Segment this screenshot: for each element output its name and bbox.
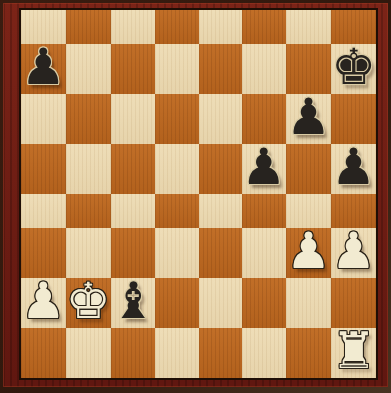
- piece-black-pawn[interactable]: ♟: [331, 142, 376, 192]
- piece-black-bishop[interactable]: ♝: [111, 276, 156, 326]
- square-e1[interactable]: [199, 328, 242, 378]
- square-d5[interactable]: [155, 144, 198, 194]
- square-h7[interactable]: ♚: [331, 44, 376, 94]
- piece-black-king[interactable]: ♚: [331, 42, 376, 92]
- piece-white-king[interactable]: ♚: [66, 276, 111, 326]
- square-f2[interactable]: [242, 278, 287, 328]
- square-e6[interactable]: [199, 94, 242, 144]
- square-c7[interactable]: [111, 44, 156, 94]
- square-b2[interactable]: ♚: [66, 278, 111, 328]
- piece-white-pawn[interactable]: ♟: [21, 276, 66, 326]
- square-c2[interactable]: ♝: [111, 278, 156, 328]
- square-g3[interactable]: ♟: [286, 228, 331, 278]
- square-h6[interactable]: [331, 94, 376, 144]
- square-d4[interactable]: [155, 194, 198, 228]
- square-g2[interactable]: [286, 278, 331, 328]
- square-h5[interactable]: ♟: [331, 144, 376, 194]
- square-b1[interactable]: [66, 328, 111, 378]
- square-d6[interactable]: [155, 94, 198, 144]
- square-b4[interactable]: [66, 194, 111, 228]
- square-c1[interactable]: [111, 328, 156, 378]
- piece-white-rook[interactable]: ♜: [331, 326, 376, 376]
- square-e3[interactable]: [199, 228, 242, 278]
- square-c4[interactable]: [111, 194, 156, 228]
- square-c8[interactable]: [111, 10, 156, 44]
- chess-window: ♟♚♟♟♟♟♟♟♚♝♜: [0, 0, 391, 393]
- square-b7[interactable]: [66, 44, 111, 94]
- square-a5[interactable]: [21, 144, 66, 194]
- square-f1[interactable]: [242, 328, 287, 378]
- piece-white-pawn[interactable]: ♟: [331, 226, 376, 276]
- square-g8[interactable]: [286, 10, 331, 44]
- piece-white-pawn[interactable]: ♟: [286, 226, 331, 276]
- square-d8[interactable]: [155, 10, 198, 44]
- square-a1[interactable]: [21, 328, 66, 378]
- square-a3[interactable]: [21, 228, 66, 278]
- square-h3[interactable]: ♟: [331, 228, 376, 278]
- square-b3[interactable]: [66, 228, 111, 278]
- square-f3[interactable]: [242, 228, 287, 278]
- square-d7[interactable]: [155, 44, 198, 94]
- square-c3[interactable]: [111, 228, 156, 278]
- square-g1[interactable]: [286, 328, 331, 378]
- square-d1[interactable]: [155, 328, 198, 378]
- square-a4[interactable]: [21, 194, 66, 228]
- square-b5[interactable]: [66, 144, 111, 194]
- square-a6[interactable]: [21, 94, 66, 144]
- square-c6[interactable]: [111, 94, 156, 144]
- square-d2[interactable]: [155, 278, 198, 328]
- square-e7[interactable]: [199, 44, 242, 94]
- square-a2[interactable]: ♟: [21, 278, 66, 328]
- square-e5[interactable]: [199, 144, 242, 194]
- chess-board: ♟♚♟♟♟♟♟♟♚♝♜: [21, 10, 376, 378]
- square-b6[interactable]: [66, 94, 111, 144]
- square-g5[interactable]: [286, 144, 331, 194]
- square-e4[interactable]: [199, 194, 242, 228]
- square-f8[interactable]: [242, 10, 287, 44]
- square-g6[interactable]: ♟: [286, 94, 331, 144]
- square-b8[interactable]: [66, 10, 111, 44]
- square-g7[interactable]: [286, 44, 331, 94]
- piece-black-pawn[interactable]: ♟: [242, 142, 287, 192]
- square-h1[interactable]: ♜: [331, 328, 376, 378]
- square-f4[interactable]: [242, 194, 287, 228]
- square-f6[interactable]: [242, 94, 287, 144]
- square-h2[interactable]: [331, 278, 376, 328]
- square-a7[interactable]: ♟: [21, 44, 66, 94]
- square-d3[interactable]: [155, 228, 198, 278]
- piece-black-pawn[interactable]: ♟: [21, 42, 66, 92]
- square-f7[interactable]: [242, 44, 287, 94]
- square-f5[interactable]: ♟: [242, 144, 287, 194]
- square-c5[interactable]: [111, 144, 156, 194]
- piece-black-pawn[interactable]: ♟: [286, 92, 331, 142]
- square-e2[interactable]: [199, 278, 242, 328]
- square-e8[interactable]: [199, 10, 242, 44]
